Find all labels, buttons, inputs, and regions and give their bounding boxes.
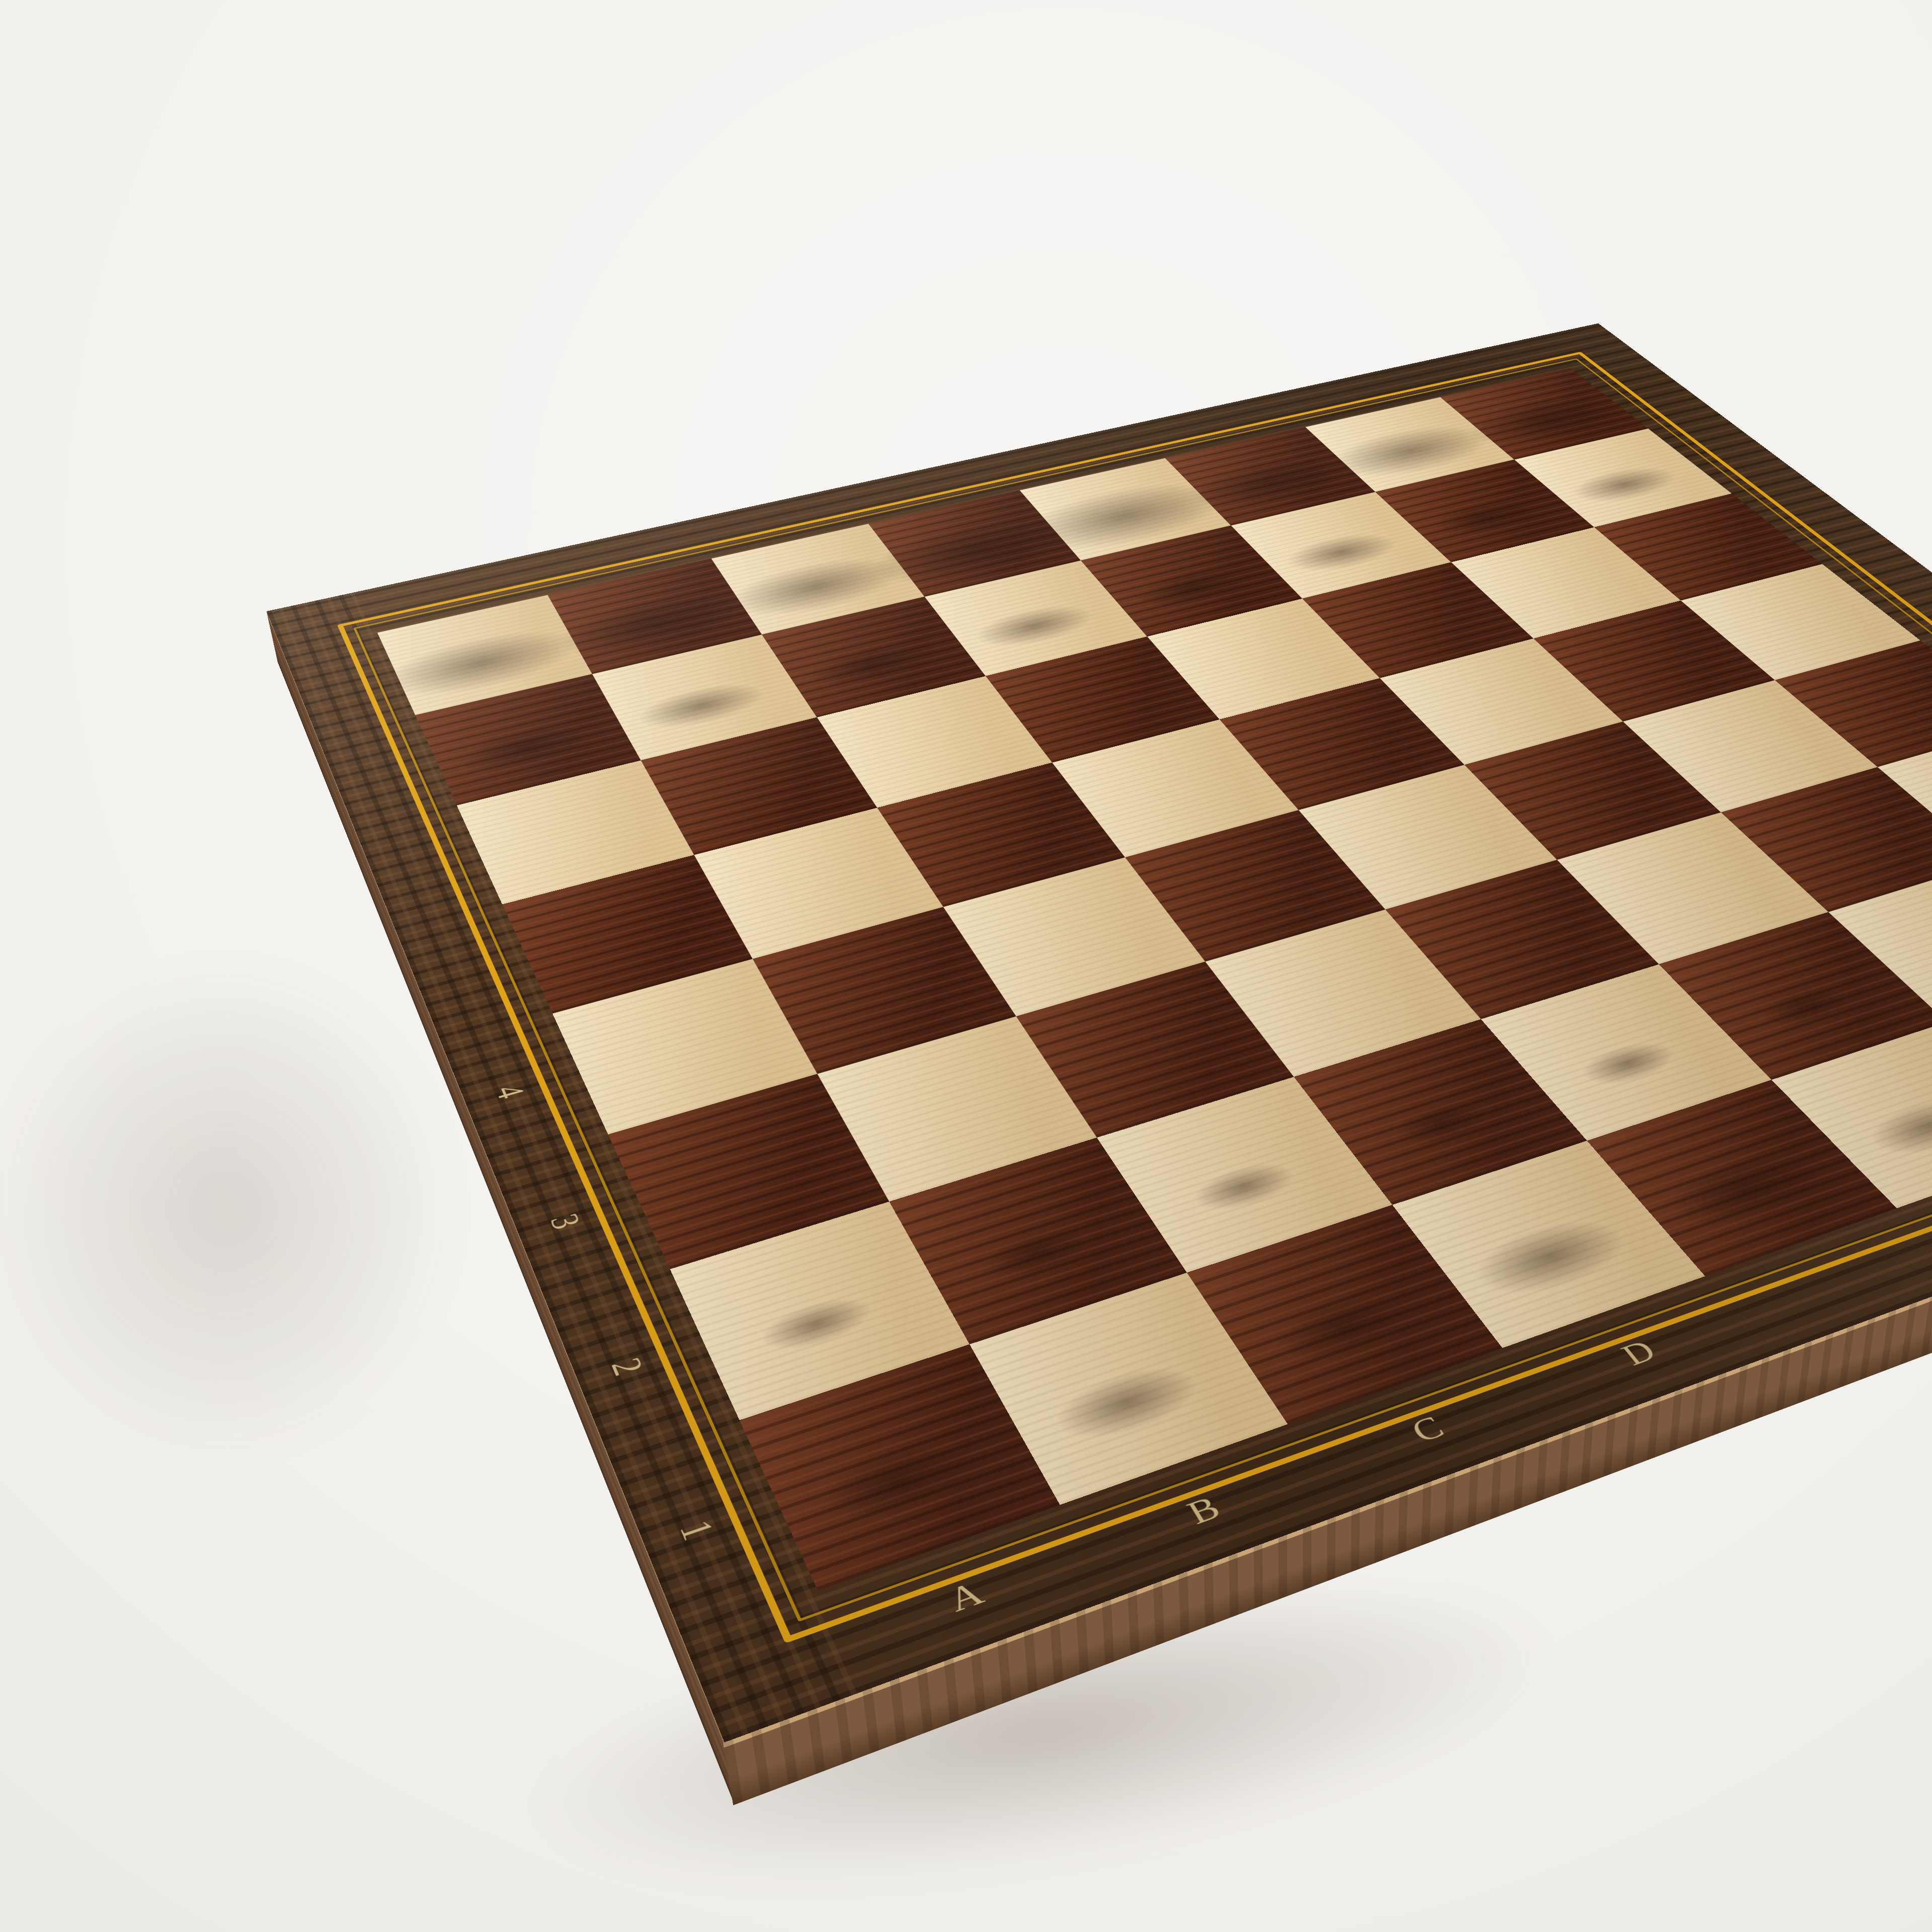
black-pawn-icon: ♟ — [406, 474, 652, 749]
white-rook-icon: ♜ — [752, 1146, 1051, 1479]
photo-scene: ♜♞♝♛♚♝♞♜♟♟♟♟♟♟♟♟♟♟♟♟♟♟♟♟♜♞♝♛♚♝♞♜ 1234ABC… — [0, 0, 1932, 1932]
